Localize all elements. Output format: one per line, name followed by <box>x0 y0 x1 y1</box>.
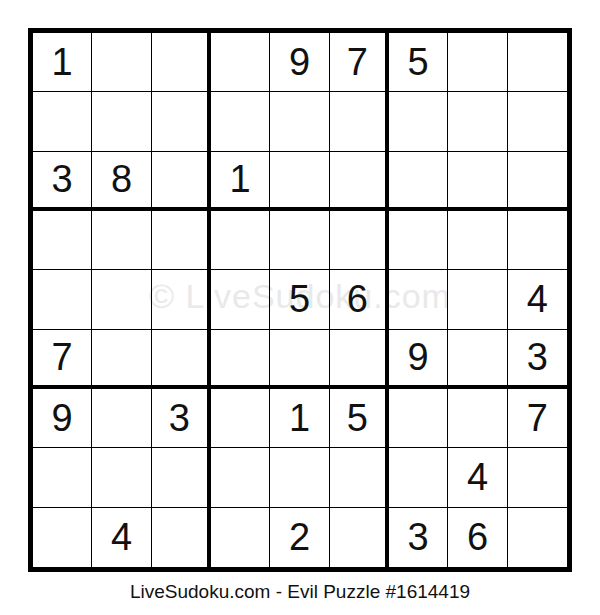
cell-r3c7[interactable] <box>389 152 448 211</box>
cell-r1c2[interactable] <box>92 33 151 92</box>
cell-r1c4[interactable] <box>211 33 270 92</box>
cell-r4c3[interactable] <box>152 211 211 270</box>
cell-r7c5[interactable]: 1 <box>270 389 329 448</box>
cell-r5c5[interactable]: 5 <box>270 270 329 329</box>
cell-r4c2[interactable] <box>92 211 151 270</box>
cell-r3c9[interactable] <box>508 152 567 211</box>
cell-r8c2[interactable] <box>92 448 151 507</box>
cell-r6c9[interactable]: 3 <box>508 330 567 389</box>
cell-r6c7[interactable]: 9 <box>389 330 448 389</box>
cell-r7c4[interactable] <box>211 389 270 448</box>
cell-r1c9[interactable] <box>508 33 567 92</box>
cell-r5c7[interactable] <box>389 270 448 329</box>
cell-r7c9[interactable]: 7 <box>508 389 567 448</box>
cell-r8c5[interactable] <box>270 448 329 507</box>
caption: LiveSudoku.com - Evil Puzzle #1614419 <box>0 581 600 603</box>
cell-r5c4[interactable] <box>211 270 270 329</box>
cell-r4c9[interactable] <box>508 211 567 270</box>
cell-r3c2[interactable]: 8 <box>92 152 151 211</box>
cell-r7c6[interactable]: 5 <box>330 389 389 448</box>
cell-r8c3[interactable] <box>152 448 211 507</box>
cell-r2c3[interactable] <box>152 92 211 151</box>
cell-r9c4[interactable] <box>211 508 270 567</box>
cell-r9c8[interactable]: 6 <box>448 508 507 567</box>
cell-r1c3[interactable] <box>152 33 211 92</box>
cell-r6c8[interactable] <box>448 330 507 389</box>
cell-r1c7[interactable]: 5 <box>389 33 448 92</box>
sudoku-grid: 19753815647939315744236 <box>33 33 567 567</box>
cell-r2c6[interactable] <box>330 92 389 151</box>
cell-r9c2[interactable]: 4 <box>92 508 151 567</box>
cell-r2c5[interactable] <box>270 92 329 151</box>
cell-r4c1[interactable] <box>33 211 92 270</box>
cell-r2c4[interactable] <box>211 92 270 151</box>
cell-r6c4[interactable] <box>211 330 270 389</box>
cell-r6c2[interactable] <box>92 330 151 389</box>
cell-r8c8[interactable]: 4 <box>448 448 507 507</box>
cell-r3c1[interactable]: 3 <box>33 152 92 211</box>
cell-r1c8[interactable] <box>448 33 507 92</box>
cell-r7c8[interactable] <box>448 389 507 448</box>
cell-r1c5[interactable]: 9 <box>270 33 329 92</box>
cell-r2c2[interactable] <box>92 92 151 151</box>
cell-r8c9[interactable] <box>508 448 567 507</box>
cell-r2c9[interactable] <box>508 92 567 151</box>
cell-r9c3[interactable] <box>152 508 211 567</box>
cell-r5c3[interactable] <box>152 270 211 329</box>
cell-r7c2[interactable] <box>92 389 151 448</box>
cell-r3c4[interactable]: 1 <box>211 152 270 211</box>
cell-r5c9[interactable]: 4 <box>508 270 567 329</box>
cell-r8c7[interactable] <box>389 448 448 507</box>
cell-r8c6[interactable] <box>330 448 389 507</box>
cell-r3c5[interactable] <box>270 152 329 211</box>
cell-r7c1[interactable]: 9 <box>33 389 92 448</box>
cell-r3c3[interactable] <box>152 152 211 211</box>
cell-r9c7[interactable]: 3 <box>389 508 448 567</box>
cell-r5c6[interactable]: 6 <box>330 270 389 329</box>
cell-r1c1[interactable]: 1 <box>33 33 92 92</box>
cell-r5c1[interactable] <box>33 270 92 329</box>
cell-r5c8[interactable] <box>448 270 507 329</box>
cell-r6c6[interactable] <box>330 330 389 389</box>
cell-r4c7[interactable] <box>389 211 448 270</box>
cell-r5c2[interactable] <box>92 270 151 329</box>
cell-r8c1[interactable] <box>33 448 92 507</box>
cell-r4c6[interactable] <box>330 211 389 270</box>
cell-r2c7[interactable] <box>389 92 448 151</box>
cell-r9c9[interactable] <box>508 508 567 567</box>
cell-r3c6[interactable] <box>330 152 389 211</box>
cell-r1c6[interactable]: 7 <box>330 33 389 92</box>
cell-r7c3[interactable]: 3 <box>152 389 211 448</box>
cell-r8c4[interactable] <box>211 448 270 507</box>
cell-r4c5[interactable] <box>270 211 329 270</box>
cell-r6c3[interactable] <box>152 330 211 389</box>
cell-r7c7[interactable] <box>389 389 448 448</box>
cell-r4c4[interactable] <box>211 211 270 270</box>
cell-r9c1[interactable] <box>33 508 92 567</box>
cell-r4c8[interactable] <box>448 211 507 270</box>
sudoku-board: © LiveSudoku.com 19753815647939315744236 <box>28 28 572 572</box>
cell-r9c5[interactable]: 2 <box>270 508 329 567</box>
cell-r6c5[interactable] <box>270 330 329 389</box>
cell-r2c8[interactable] <box>448 92 507 151</box>
cell-r2c1[interactable] <box>33 92 92 151</box>
cell-r6c1[interactable]: 7 <box>33 330 92 389</box>
cell-r3c8[interactable] <box>448 152 507 211</box>
cell-r9c6[interactable] <box>330 508 389 567</box>
